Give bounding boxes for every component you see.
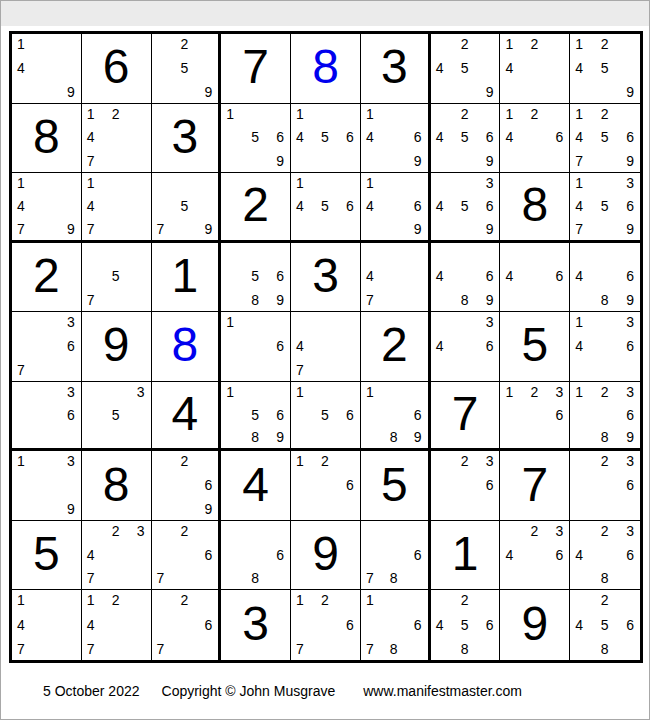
pencil-mark <box>87 385 106 405</box>
pencil-mark <box>436 593 455 614</box>
pencil-mark <box>125 544 144 565</box>
pencil-mark <box>366 424 385 444</box>
pencil-mark <box>403 593 422 614</box>
given-digit: 1 <box>172 252 199 300</box>
pencil-mark <box>474 37 493 58</box>
pencil-mark <box>17 385 36 405</box>
pencil-mark: 6 <box>474 127 493 148</box>
pencil-mark <box>384 266 403 287</box>
pencil-mark: 9 <box>403 148 422 169</box>
pencil-mark: 4 <box>575 544 595 565</box>
pencil-mark <box>36 315 55 336</box>
pencil-mark <box>17 336 36 357</box>
cell-r5c8[interactable]: 5 <box>500 312 570 382</box>
pencil-mark: 2 <box>595 37 615 58</box>
pencil-mark: 8 <box>595 565 615 586</box>
pencil-mark <box>296 216 315 236</box>
pencil-mark <box>335 356 354 377</box>
pencil-mark <box>226 336 245 357</box>
cell-r4c6[interactable]: 47 <box>361 243 431 313</box>
pencil-mark <box>403 266 422 287</box>
pencil-mark: 3 <box>125 385 144 405</box>
cell-r5c3[interactable]: 8 <box>152 312 222 382</box>
pencil-marks: 5689 <box>226 246 284 308</box>
cell-r6c5[interactable]: 156 <box>291 382 361 452</box>
pencil-mark: 1 <box>17 37 36 58</box>
pencil-mark: 2 <box>525 385 544 405</box>
given-digit: 9 <box>103 321 130 369</box>
pencil-mark <box>56 356 75 377</box>
pencil-mark: 1 <box>17 454 36 475</box>
pencil-mark: 4 <box>366 266 385 287</box>
cell-r6c6[interactable]: 1689 <box>361 382 431 452</box>
cell-r2c1[interactable]: 8 <box>12 104 82 174</box>
pencil-mark <box>125 127 144 148</box>
pencil-mark <box>505 78 524 99</box>
cell-r4c9[interactable]: 4689 <box>570 243 640 313</box>
pencil-mark <box>525 148 544 169</box>
pencil-mark: 5 <box>315 405 334 425</box>
pencil-mark <box>575 356 595 377</box>
pencil-mark: 5 <box>315 196 334 216</box>
pencil-mark: 2 <box>525 107 544 128</box>
pencil-mark: 6 <box>265 405 284 425</box>
pencil-mark: 1 <box>296 454 315 475</box>
cell-r7c3[interactable]: 269 <box>152 451 222 521</box>
pencil-mark: 9 <box>474 148 493 169</box>
pencil-mark: 2 <box>106 593 125 614</box>
footer-date: 5 October 2022 <box>43 683 140 699</box>
pencil-mark <box>575 424 595 444</box>
pencil-marks: 36 <box>17 385 75 445</box>
pencil-mark <box>175 565 194 586</box>
cell-r6c2[interactable]: 35 <box>82 382 152 452</box>
pencil-mark <box>265 107 284 128</box>
pencil-mark: 9 <box>474 216 493 236</box>
pencil-mark: 3 <box>614 176 634 196</box>
pencil-marks: 1245679 <box>575 107 634 169</box>
pencil-mark: 6 <box>335 614 354 635</box>
pencil-mark: 7 <box>575 148 595 169</box>
pencil-mark: 2 <box>106 524 125 545</box>
pencil-mark <box>436 287 455 308</box>
pencil-mark: 9 <box>474 287 493 308</box>
cell-r4c8[interactable]: 46 <box>500 243 570 313</box>
pencil-mark <box>595 78 615 99</box>
pencil-mark <box>614 593 634 614</box>
pencil-mark <box>125 405 144 425</box>
pencil-mark: 1 <box>296 107 315 128</box>
cell-r1c9[interactable]: 12459 <box>570 34 640 104</box>
pencil-mark: 7 <box>575 216 595 236</box>
pencil-mark: 6 <box>544 405 563 425</box>
cell-r5c4[interactable]: 16 <box>221 312 291 382</box>
pencil-mark: 6 <box>403 127 422 148</box>
pencil-mark <box>575 454 595 475</box>
pencil-mark <box>366 544 385 565</box>
pencil-mark <box>296 148 315 169</box>
pencil-marks: 1469 <box>366 176 422 236</box>
cell-r3c5[interactable]: 1456 <box>291 173 361 243</box>
pencil-mark <box>366 405 385 425</box>
cell-r4c1[interactable]: 2 <box>12 243 82 313</box>
cell-r6c1[interactable]: 36 <box>12 382 82 452</box>
pencil-mark: 1 <box>366 385 385 405</box>
pencil-mark <box>403 385 422 405</box>
pencil-mark: 9 <box>614 148 634 169</box>
cell-r3c9[interactable]: 1345679 <box>570 173 640 243</box>
pencil-mark: 6 <box>403 544 422 565</box>
cell-r8c6[interactable]: 678 <box>361 521 431 591</box>
given-digit: 3 <box>172 113 199 161</box>
pencil-marks: 24568 <box>575 593 634 656</box>
cell-r4c7[interactable]: 4689 <box>431 243 501 313</box>
cell-r2c7[interactable]: 24569 <box>431 104 501 174</box>
pencil-mark <box>36 78 55 99</box>
pencil-mark <box>403 287 422 308</box>
pencil-mark <box>87 246 106 267</box>
cell-r7c7[interactable]: 236 <box>431 451 501 521</box>
pencil-mark: 1 <box>366 593 385 614</box>
pencil-mark: 3 <box>544 524 563 545</box>
cell-r1c6[interactable]: 3 <box>361 34 431 104</box>
pencil-mark <box>474 107 493 128</box>
pencil-mark <box>157 495 176 516</box>
given-digit: 2 <box>33 252 60 300</box>
pencil-mark: 2 <box>175 454 194 475</box>
cell-r2c5[interactable]: 1456 <box>291 104 361 174</box>
pencil-mark <box>226 424 245 444</box>
pencil-mark <box>544 107 563 128</box>
pencil-mark <box>315 614 334 635</box>
pencil-marks: 2459 <box>436 37 494 99</box>
pencil-mark: 8 <box>595 287 615 308</box>
pencil-mark: 6 <box>474 196 493 216</box>
pencil-marks: 259 <box>157 37 213 99</box>
pencil-marks: 1247 <box>87 107 145 169</box>
cell-r8c3[interactable]: 267 <box>152 521 222 591</box>
pencil-mark: 1 <box>575 37 595 58</box>
pencil-mark: 1 <box>17 593 36 614</box>
pencil-mark <box>246 524 265 545</box>
pencil-mark: 2 <box>595 454 615 475</box>
pencil-mark <box>36 454 55 475</box>
cell-r6c9[interactable]: 123689 <box>570 382 640 452</box>
cell-r5c9[interactable]: 1346 <box>570 312 640 382</box>
pencil-mark: 9 <box>56 78 75 99</box>
pencil-mark: 4 <box>87 127 106 148</box>
pencil-mark: 8 <box>384 635 403 656</box>
cell-r8c9[interactable]: 23468 <box>570 521 640 591</box>
pencil-marks: 2346 <box>505 524 563 586</box>
pencil-mark <box>36 385 55 405</box>
pencil-mark <box>384 148 403 169</box>
pencil-mark <box>125 424 144 444</box>
cell-r4c2[interactable]: 57 <box>82 243 152 313</box>
cell-r4c4[interactable]: 5689 <box>221 243 291 313</box>
cell-r5c2[interactable]: 9 <box>82 312 152 382</box>
cell-r1c8[interactable]: 124 <box>500 34 570 104</box>
pencil-mark: 9 <box>403 216 422 236</box>
given-digit: 9 <box>521 600 548 648</box>
pencil-mark: 9 <box>56 216 75 236</box>
cell-r9c6[interactable]: 1678 <box>361 590 431 660</box>
pencil-mark <box>296 424 315 444</box>
pencil-mark <box>106 614 125 635</box>
pencil-mark: 3 <box>474 454 493 475</box>
pencil-mark <box>525 78 544 99</box>
pencil-mark: 2 <box>315 593 334 614</box>
cell-r5c1[interactable]: 367 <box>12 312 82 382</box>
cell-r7c4[interactable]: 4 <box>221 451 291 521</box>
pencil-mark: 1 <box>87 593 106 614</box>
pencil-mark: 5 <box>315 127 334 148</box>
pencil-mark <box>595 356 615 377</box>
cell-r9c1[interactable]: 147 <box>12 590 82 660</box>
pencil-mark <box>125 176 144 196</box>
pencil-mark <box>36 405 55 425</box>
given-digit: 5 <box>521 321 548 369</box>
cell-r7c8[interactable]: 7 <box>500 451 570 521</box>
cell-r3c4[interactable]: 2 <box>221 173 291 243</box>
pencil-mark <box>455 356 474 377</box>
pencil-mark: 4 <box>17 196 36 216</box>
cell-r2c3[interactable]: 3 <box>152 104 222 174</box>
cell-r1c2[interactable]: 6 <box>82 34 152 104</box>
pencil-mark <box>226 266 245 287</box>
pencil-mark <box>544 37 563 58</box>
pencil-marks: 1678 <box>366 593 422 656</box>
cell-r2c6[interactable]: 1469 <box>361 104 431 174</box>
pencil-mark <box>56 593 75 614</box>
pencil-marks: 1346 <box>575 315 634 377</box>
pencil-mark <box>403 246 422 267</box>
pencil-mark: 6 <box>265 266 284 287</box>
pencil-mark: 9 <box>474 78 493 99</box>
cell-r9c7[interactable]: 24568 <box>431 590 501 660</box>
pencil-mark <box>36 635 55 656</box>
cell-r7c1[interactable]: 139 <box>12 451 82 521</box>
given-digit: 5 <box>33 530 60 578</box>
cell-r7c6[interactable]: 5 <box>361 451 431 521</box>
pencil-mark <box>36 58 55 79</box>
cell-r3c7[interactable]: 34569 <box>431 173 501 243</box>
cell-r5c6[interactable]: 2 <box>361 312 431 382</box>
pencil-mark: 7 <box>87 635 106 656</box>
pencil-mark: 6 <box>194 544 213 565</box>
cell-r1c1[interactable]: 149 <box>12 34 82 104</box>
pencil-mark <box>315 385 334 405</box>
pencil-mark <box>384 593 403 614</box>
pencil-mark <box>436 454 455 475</box>
pencil-mark: 1 <box>575 385 595 405</box>
cell-r9c3[interactable]: 267 <box>152 590 222 660</box>
pencil-mark <box>175 176 194 196</box>
pencil-mark: 4 <box>505 127 524 148</box>
cell-r6c8[interactable]: 1236 <box>500 382 570 452</box>
pencil-mark: 9 <box>403 424 422 444</box>
cell-r8c7[interactable]: 1 <box>431 521 501 591</box>
pencil-mark: 8 <box>455 287 474 308</box>
cell-r7c5[interactable]: 126 <box>291 451 361 521</box>
pencil-mark: 5 <box>246 127 265 148</box>
pencil-mark: 9 <box>614 287 634 308</box>
cell-r3c8[interactable]: 8 <box>500 173 570 243</box>
pencil-mark: 6 <box>194 475 213 496</box>
pencil-mark <box>315 315 334 336</box>
pencil-mark <box>106 176 125 196</box>
pencil-mark <box>436 635 455 656</box>
cell-r8c8[interactable]: 2346 <box>500 521 570 591</box>
cell-r2c4[interactable]: 1569 <box>221 104 291 174</box>
pencil-mark <box>56 196 75 216</box>
pencil-mark <box>87 266 106 287</box>
cell-r5c7[interactable]: 346 <box>431 312 501 382</box>
cell-r6c4[interactable]: 15689 <box>221 382 291 452</box>
pencil-mark <box>87 424 106 444</box>
pencil-mark <box>36 37 55 58</box>
cell-r7c2[interactable]: 8 <box>82 451 152 521</box>
pencil-mark: 4 <box>296 127 315 148</box>
given-digit: 5 <box>381 461 408 509</box>
pencil-mark <box>315 495 334 516</box>
pencil-mark: 4 <box>87 544 106 565</box>
cell-r8c4[interactable]: 68 <box>221 521 291 591</box>
pencil-mark <box>436 315 455 336</box>
pencil-mark <box>246 107 265 128</box>
cell-r8c1[interactable]: 5 <box>12 521 82 591</box>
pencil-mark: 8 <box>455 635 474 656</box>
cell-r1c5[interactable]: 8 <box>291 34 361 104</box>
pencil-mark <box>455 266 474 287</box>
pencil-mark: 4 <box>87 614 106 635</box>
cell-r9c5[interactable]: 1267 <box>291 590 361 660</box>
pencil-mark: 4 <box>575 266 595 287</box>
pencil-mark: 4 <box>366 127 385 148</box>
cell-r9c2[interactable]: 1247 <box>82 590 152 660</box>
cell-r7c9[interactable]: 236 <box>570 451 640 521</box>
pencil-mark <box>106 385 125 405</box>
pencil-mark <box>17 424 36 444</box>
pencil-mark <box>525 266 544 287</box>
pencil-mark <box>335 216 354 236</box>
pencil-mark: 3 <box>125 524 144 545</box>
entered-digit: 8 <box>172 321 199 369</box>
pencil-mark: 6 <box>474 475 493 496</box>
pencil-mark <box>436 148 455 169</box>
pencil-mark: 1 <box>575 176 595 196</box>
pencil-mark <box>403 107 422 128</box>
pencil-mark <box>384 405 403 425</box>
pencil-mark: 8 <box>384 424 403 444</box>
pencil-mark <box>17 475 36 496</box>
cell-r3c2[interactable]: 147 <box>82 173 152 243</box>
pencil-mark: 6 <box>614 266 634 287</box>
pencil-mark: 3 <box>614 385 634 405</box>
pencil-mark <box>384 524 403 545</box>
pencil-mark <box>56 475 75 496</box>
pencil-marks: 47 <box>296 315 354 377</box>
cell-r4c3[interactable]: 1 <box>152 243 222 313</box>
pencil-mark: 4 <box>436 196 455 216</box>
pencil-mark <box>474 246 493 267</box>
pencil-mark <box>125 246 144 267</box>
pencil-mark <box>335 593 354 614</box>
pencil-mark: 5 <box>246 405 265 425</box>
pencil-mark: 2 <box>595 524 615 545</box>
cell-r6c7[interactable]: 7 <box>431 382 501 452</box>
cell-r9c9[interactable]: 24568 <box>570 590 640 660</box>
pencil-mark <box>175 544 194 565</box>
pencil-mark: 2 <box>175 524 194 545</box>
cell-r2c8[interactable]: 1246 <box>500 104 570 174</box>
pencil-mark <box>296 405 315 425</box>
cell-r3c1[interactable]: 1479 <box>12 173 82 243</box>
cell-r6c3[interactable]: 4 <box>152 382 222 452</box>
pencil-mark <box>575 495 595 516</box>
pencil-mark: 6 <box>614 544 634 565</box>
pencil-mark: 2 <box>455 37 474 58</box>
pencil-mark <box>384 385 403 405</box>
pencil-mark: 8 <box>246 287 265 308</box>
pencil-mark <box>366 246 385 267</box>
pencil-mark <box>56 614 75 635</box>
pencil-mark: 5 <box>175 196 194 216</box>
cell-r3c6[interactable]: 1469 <box>361 173 431 243</box>
cell-r8c2[interactable]: 2347 <box>82 521 152 591</box>
cell-r9c8[interactable]: 9 <box>500 590 570 660</box>
pencil-mark: 5 <box>175 58 194 79</box>
pencil-mark <box>595 336 615 357</box>
cell-r2c2[interactable]: 1247 <box>82 104 152 174</box>
pencil-mark <box>36 336 55 357</box>
pencil-mark <box>226 148 245 169</box>
pencil-mark: 3 <box>56 385 75 405</box>
pencil-mark: 6 <box>56 405 75 425</box>
pencil-marks: 267 <box>157 524 213 586</box>
pencil-mark: 7 <box>87 148 106 169</box>
pencil-mark: 7 <box>17 216 36 236</box>
cell-r5c5[interactable]: 47 <box>291 312 361 382</box>
pencil-mark: 3 <box>614 524 634 545</box>
pencil-mark: 7 <box>366 635 385 656</box>
given-digit: 8 <box>103 461 130 509</box>
pencil-mark: 4 <box>296 196 315 216</box>
cell-r8c5[interactable]: 9 <box>291 521 361 591</box>
pencil-mark: 7 <box>157 216 176 236</box>
pencil-mark <box>403 524 422 545</box>
pencil-mark <box>125 614 144 635</box>
pencil-mark: 6 <box>474 266 493 287</box>
pencil-mark: 2 <box>455 454 474 475</box>
pencil-mark <box>315 336 334 357</box>
cell-r3c3[interactable]: 579 <box>152 173 222 243</box>
pencil-mark: 5 <box>595 614 615 635</box>
given-digit: 3 <box>381 43 408 91</box>
pencil-mark: 7 <box>17 356 36 377</box>
pencil-mark <box>335 148 354 169</box>
pencil-mark <box>614 565 634 586</box>
pencil-mark <box>87 524 106 545</box>
cell-r1c4[interactable]: 7 <box>221 34 291 104</box>
cell-r4c5[interactable]: 3 <box>291 243 361 313</box>
pencil-mark: 1 <box>87 107 106 128</box>
pencil-mark: 6 <box>614 127 634 148</box>
cell-r2c9[interactable]: 1245679 <box>570 104 640 174</box>
cell-r1c3[interactable]: 259 <box>152 34 222 104</box>
cell-r1c7[interactable]: 2459 <box>431 34 501 104</box>
cell-r9c4[interactable]: 3 <box>221 590 291 660</box>
